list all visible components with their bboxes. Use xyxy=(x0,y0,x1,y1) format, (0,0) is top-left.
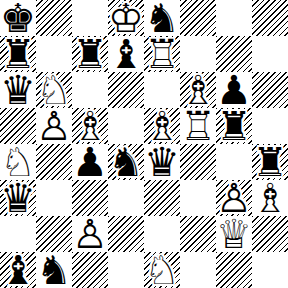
piece-white-pawn: ♙ xyxy=(36,108,72,144)
square-g2[interactable]: ♕ xyxy=(216,216,252,252)
square-f8[interactable] xyxy=(180,0,216,36)
piece-white-knight: ♘ xyxy=(144,252,180,288)
square-h1[interactable] xyxy=(252,252,288,288)
piece-black-rook: ♜ xyxy=(216,108,252,144)
square-h7[interactable] xyxy=(252,36,288,72)
piece-white-rook: ♖ xyxy=(180,108,216,144)
square-d1[interactable] xyxy=(108,252,144,288)
piece-black-knight: ♞ xyxy=(108,144,144,180)
square-d7[interactable]: ♝ xyxy=(108,36,144,72)
square-c7[interactable]: ♜ xyxy=(72,36,108,72)
square-f5[interactable]: ♖ xyxy=(180,108,216,144)
square-b5[interactable]: ♙ xyxy=(36,108,72,144)
square-d3[interactable] xyxy=(108,180,144,216)
square-e4[interactable]: ♛ xyxy=(144,144,180,180)
square-e1[interactable]: ♘ xyxy=(144,252,180,288)
square-b3[interactable] xyxy=(36,180,72,216)
chess-board: ♚♔♞♜♜♝♖♛♘♗♟♙♗♗♖♜♘♟♞♛♜♛♙♗♙♕♝♞♘ xyxy=(0,0,288,288)
piece-white-pawn: ♙ xyxy=(72,216,108,252)
square-d4[interactable]: ♞ xyxy=(108,144,144,180)
square-a3[interactable]: ♛ xyxy=(0,180,36,216)
piece-black-queen: ♛ xyxy=(0,72,36,108)
square-c2[interactable]: ♙ xyxy=(72,216,108,252)
square-b1[interactable]: ♞ xyxy=(36,252,72,288)
square-e3[interactable] xyxy=(144,180,180,216)
piece-black-bishop: ♝ xyxy=(0,252,36,288)
piece-black-knight: ♞ xyxy=(36,252,72,288)
square-f2[interactable] xyxy=(180,216,216,252)
square-c4[interactable]: ♟ xyxy=(72,144,108,180)
square-g1[interactable] xyxy=(216,252,252,288)
square-a6[interactable]: ♛ xyxy=(0,72,36,108)
piece-white-rook: ♖ xyxy=(144,36,180,72)
square-g8[interactable] xyxy=(216,0,252,36)
square-e7[interactable]: ♖ xyxy=(144,36,180,72)
square-c1[interactable] xyxy=(72,252,108,288)
square-b8[interactable] xyxy=(36,0,72,36)
square-f1[interactable] xyxy=(180,252,216,288)
piece-black-pawn: ♟ xyxy=(72,144,108,180)
piece-black-queen: ♛ xyxy=(144,144,180,180)
piece-black-bishop: ♝ xyxy=(108,36,144,72)
square-a1[interactable]: ♝ xyxy=(0,252,36,288)
square-h6[interactable] xyxy=(252,72,288,108)
square-f3[interactable] xyxy=(180,180,216,216)
square-h8[interactable] xyxy=(252,0,288,36)
piece-black-queen: ♛ xyxy=(0,180,36,216)
square-d6[interactable] xyxy=(108,72,144,108)
piece-white-queen: ♕ xyxy=(216,216,252,252)
square-f4[interactable] xyxy=(180,144,216,180)
piece-white-bishop: ♗ xyxy=(252,180,288,216)
square-b4[interactable] xyxy=(36,144,72,180)
square-h2[interactable] xyxy=(252,216,288,252)
square-h3[interactable]: ♗ xyxy=(252,180,288,216)
square-d2[interactable] xyxy=(108,216,144,252)
square-g5[interactable]: ♜ xyxy=(216,108,252,144)
piece-black-rook: ♜ xyxy=(72,36,108,72)
